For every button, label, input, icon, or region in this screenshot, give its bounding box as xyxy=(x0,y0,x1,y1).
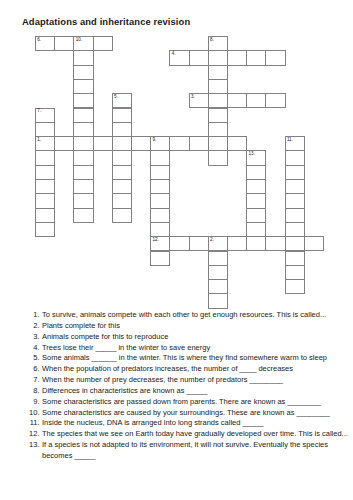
cell-number: 8. xyxy=(210,38,214,43)
grid-cell-r16c13[interactable] xyxy=(285,265,305,280)
cell-number: 7. xyxy=(37,109,41,114)
grid-cell-r9c4[interactable] xyxy=(112,165,132,180)
cell-number: 2. xyxy=(210,238,214,243)
grid-cell-r7c10[interactable] xyxy=(227,136,247,151)
grid-cell-r6c0[interactable] xyxy=(35,122,55,137)
grid-cell-r3c9[interactable] xyxy=(208,79,228,94)
clue-text: When the number of prey decreases, the n… xyxy=(42,375,348,386)
grid-cell-r14c8[interactable] xyxy=(189,236,209,251)
clue-number: 7. xyxy=(29,375,42,386)
grid-cell-r4c8[interactable]: 3. xyxy=(189,93,209,108)
clue-item-2: 2.Plants complete for this xyxy=(29,321,348,332)
clue-text: Differences in characteristics are known… xyxy=(42,386,348,397)
cell-number: 9. xyxy=(152,138,156,143)
clue-text: The species that we see on Earth today h… xyxy=(42,429,348,440)
grid-cell-r11c2[interactable] xyxy=(73,193,93,208)
grid-cell-r0c2[interactable]: 10. xyxy=(73,36,93,51)
grid-cell-r13c0[interactable] xyxy=(35,222,55,237)
clue-item-4: 4.Trees lose their _____ in the winter t… xyxy=(29,343,348,354)
grid-cell-r5c0[interactable]: 7. xyxy=(35,108,55,123)
grid-cell-r7c7[interactable] xyxy=(169,136,189,151)
clue-item-10: 10.Some characteristics are caused by yo… xyxy=(29,408,348,419)
grid-cell-r8c4[interactable] xyxy=(112,150,132,165)
grid-cell-r7c13[interactable]: 11. xyxy=(285,136,305,151)
grid-cell-r6c4[interactable] xyxy=(112,122,132,137)
grid-cell-r7c9[interactable] xyxy=(208,136,228,151)
grid-cell-r6c9[interactable] xyxy=(208,122,228,137)
grid-cell-r4c9[interactable] xyxy=(208,93,228,108)
grid-cell-r12c0[interactable] xyxy=(35,208,55,223)
grid-cell-r9c6[interactable] xyxy=(150,165,170,180)
grid-cell-r14c11[interactable] xyxy=(246,236,266,251)
grid-cell-r7c1[interactable] xyxy=(54,136,74,151)
clue-number: 13. xyxy=(29,440,42,462)
clue-text: To survive, animals compete with each ot… xyxy=(42,310,348,321)
clue-number: 5. xyxy=(29,353,42,364)
clue-text: Some characteristics are passed down fro… xyxy=(42,397,348,408)
grid-cell-r7c0[interactable]: 1. xyxy=(35,136,55,151)
grid-cell-r12c11[interactable] xyxy=(246,208,266,223)
grid-cell-r13c6[interactable] xyxy=(150,222,170,237)
clue-item-7: 7.When the number of prey decreases, the… xyxy=(29,375,348,386)
grid-cell-r6c2[interactable] xyxy=(73,122,93,137)
clue-item-12: 12.The species that we see on Earth toda… xyxy=(29,429,348,440)
grid-cell-r3c2[interactable] xyxy=(73,79,93,94)
clue-item-11: 11.Inside the nucleus, DNA is arranged i… xyxy=(29,418,348,429)
grid-cell-r7c2[interactable] xyxy=(73,136,93,151)
grid-cell-r4c12[interactable] xyxy=(265,93,285,108)
grid-cell-r8c6[interactable] xyxy=(150,150,170,165)
clue-item-5: 5.Some animals ______ in the winter. Thi… xyxy=(29,353,348,364)
grid-cell-r4c4[interactable]: 5. xyxy=(112,93,132,108)
cell-number: 6. xyxy=(37,38,41,43)
cell-number: 3. xyxy=(191,95,195,100)
grid-cell-r9c13[interactable] xyxy=(285,165,305,180)
grid-cell-r7c5[interactable] xyxy=(131,136,151,151)
clue-number: 9. xyxy=(29,397,42,408)
grid-cell-r14c6[interactable]: 12. xyxy=(150,236,170,251)
clue-item-3: 3.Animals compete for this to reproduce xyxy=(29,332,348,343)
grid-cell-r8c0[interactable] xyxy=(35,150,55,165)
clue-item-6: 6.When the population of predators incre… xyxy=(29,364,348,375)
grid-cell-r14c14[interactable] xyxy=(304,236,324,251)
clue-text: Trees lose their _____ in the winter to … xyxy=(42,343,348,354)
clue-number: 1. xyxy=(29,310,42,321)
grid-cell-r4c11[interactable] xyxy=(246,93,266,108)
clue-text: When the population of predators increas… xyxy=(42,364,348,375)
grid-cell-r18c9[interactable] xyxy=(208,293,228,308)
grid-cell-r1c2[interactable] xyxy=(73,50,93,65)
clue-text: Plants complete for this xyxy=(42,321,348,332)
clue-item-8: 8.Differences in characteristics are kno… xyxy=(29,386,348,397)
grid-cell-r11c13[interactable] xyxy=(285,193,305,208)
grid-cell-r10c13[interactable] xyxy=(285,179,305,194)
grid-cell-r15c6[interactable] xyxy=(150,251,170,266)
grid-cell-r9c11[interactable] xyxy=(246,165,266,180)
grid-cell-r1c7[interactable]: 4. xyxy=(169,50,189,65)
clue-text: Some animals ______ in the winter. This … xyxy=(42,353,348,364)
grid-cell-r5c4[interactable] xyxy=(112,108,132,123)
grid-cell-r13c13[interactable] xyxy=(285,222,305,237)
clue-item-1: 1.To survive, animals compete with each … xyxy=(29,310,348,321)
grid-cell-r7c6[interactable]: 9. xyxy=(150,136,170,151)
cell-number: 5. xyxy=(114,95,118,100)
grid-cell-r12c4[interactable] xyxy=(112,208,132,223)
cell-number: 12. xyxy=(152,238,158,243)
grid-cell-r0c1[interactable] xyxy=(54,36,74,51)
grid-cell-r14c10[interactable] xyxy=(227,236,247,251)
cell-number: 10. xyxy=(76,38,82,43)
grid-cell-r5c2[interactable] xyxy=(73,108,93,123)
clue-number: 12. xyxy=(29,429,42,440)
grid-cell-r1c8[interactable] xyxy=(189,50,209,65)
grid-cell-r1c11[interactable] xyxy=(246,50,266,65)
grid-cell-r14c7[interactable] xyxy=(169,236,189,251)
grid-cell-r8c11[interactable]: 13. xyxy=(246,150,266,165)
grid-cell-r1c9[interactable] xyxy=(208,50,228,65)
clue-item-13: 13.If a species is not adapted to its en… xyxy=(29,440,348,462)
clue-number: 8. xyxy=(29,386,42,397)
worksheet-page: Adaptations and inheritance revision 6.1… xyxy=(0,0,353,500)
grid-cell-r9c2[interactable] xyxy=(73,165,93,180)
grid-cell-r16c9[interactable] xyxy=(208,265,228,280)
grid-cell-r0c0[interactable]: 6. xyxy=(35,36,55,51)
grid-cell-r11c4[interactable] xyxy=(112,193,132,208)
grid-cell-r2c9[interactable] xyxy=(208,65,228,80)
grid-cell-r14c13[interactable] xyxy=(285,236,305,251)
grid-cell-r11c11[interactable] xyxy=(246,193,266,208)
grid-cell-r1c12[interactable] xyxy=(265,50,285,65)
grid-cell-r17c9[interactable] xyxy=(208,279,228,294)
cell-number: 1. xyxy=(37,138,41,143)
grid-cell-r10c4[interactable] xyxy=(112,179,132,194)
grid-cell-r10c6[interactable] xyxy=(150,179,170,194)
cell-number: 13. xyxy=(248,152,254,157)
clue-number: 6. xyxy=(29,364,42,375)
grid-cell-r10c2[interactable] xyxy=(73,179,93,194)
clue-number: 2. xyxy=(29,321,42,332)
crossword-grid: 6.10.8.4.5.3.7.1.9.11.13.12.2. xyxy=(0,0,353,310)
grid-cell-r11c0[interactable] xyxy=(35,193,55,208)
clue-number: 10. xyxy=(29,408,42,419)
clue-number: 11. xyxy=(29,418,42,429)
clue-text: Inside the nucleus, DNA is arranged into… xyxy=(42,418,348,429)
clue-list: 1.To survive, animals compete with each … xyxy=(29,310,348,462)
grid-cell-r7c8[interactable] xyxy=(189,136,209,151)
clue-number: 4. xyxy=(29,343,42,354)
grid-cell-r15c9[interactable] xyxy=(208,251,228,266)
grid-cell-r9c0[interactable] xyxy=(35,165,55,180)
grid-cell-r14c12[interactable] xyxy=(265,236,285,251)
grid-cell-r7c4[interactable] xyxy=(112,136,132,151)
grid-cell-r11c6[interactable] xyxy=(150,193,170,208)
grid-cell-r15c13[interactable] xyxy=(285,251,305,266)
cell-number: 11. xyxy=(287,138,293,143)
grid-cell-r17c13[interactable] xyxy=(285,279,305,294)
grid-cell-r5c9[interactable] xyxy=(208,108,228,123)
grid-cell-r14c9[interactable]: 2. xyxy=(208,236,228,251)
grid-cell-r8c9[interactable] xyxy=(208,150,228,165)
clue-number: 3. xyxy=(29,332,42,343)
grid-cell-r8c2[interactable] xyxy=(73,150,93,165)
grid-cell-r13c11[interactable] xyxy=(246,222,266,237)
clue-text: Animals compete for this to reproduce xyxy=(42,332,348,343)
grid-cell-r10c11[interactable] xyxy=(246,179,266,194)
grid-cell-r8c13[interactable] xyxy=(285,150,305,165)
grid-cell-r12c6[interactable] xyxy=(150,208,170,223)
grid-cell-r10c0[interactable] xyxy=(35,179,55,194)
clue-item-9: 9.Some characteristics are passed down f… xyxy=(29,397,348,408)
grid-cell-r1c10[interactable] xyxy=(227,50,247,65)
clue-text: If a species is not adapted to its envir… xyxy=(42,440,348,462)
grid-cell-r0c9[interactable]: 8. xyxy=(208,36,228,51)
grid-cell-r2c2[interactable] xyxy=(73,65,93,80)
grid-cell-r0c3[interactable] xyxy=(93,36,113,51)
grid-cell-r12c13[interactable] xyxy=(285,208,305,223)
grid-cell-r4c10[interactable] xyxy=(227,93,247,108)
grid-cell-r7c3[interactable] xyxy=(93,136,113,151)
grid-cell-r12c2[interactable] xyxy=(73,208,93,223)
cell-number: 4. xyxy=(172,52,176,57)
clue-text: Some characteristics are caused by your … xyxy=(42,408,348,419)
grid-cell-r4c2[interactable] xyxy=(73,93,93,108)
